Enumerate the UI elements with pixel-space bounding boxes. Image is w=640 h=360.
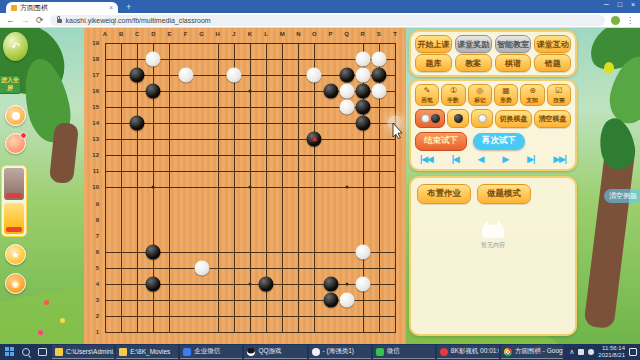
- system-tray: ∧ 11:56:14 2021/8/21: [569, 345, 637, 359]
- nav-back-button[interactable]: ◀: [478, 154, 484, 164]
- stone-white-R6: [355, 244, 370, 259]
- tool-icon-2: ◎: [476, 86, 483, 95]
- voice-icon[interactable]: [5, 105, 26, 126]
- tool-button-5[interactable]: ☑投票: [547, 84, 571, 106]
- stone-black-R15: [355, 100, 370, 115]
- black-stone-icon: [454, 114, 463, 123]
- taskbar-item-label: QQ游戏: [258, 347, 281, 356]
- clear-example-button[interactable]: 清空例题: [604, 189, 640, 203]
- row-label: 15: [86, 104, 99, 110]
- stone-white-R18: [355, 52, 370, 67]
- stone-black-C17: [130, 68, 145, 83]
- tray-icon[interactable]: [588, 349, 594, 355]
- stone-white-G5: [194, 260, 209, 275]
- tab-close-icon[interactable]: ×: [109, 4, 113, 11]
- column-label: K: [248, 31, 252, 37]
- column-label: Q: [344, 31, 349, 37]
- nav-first-button[interactable]: |◀◀: [420, 154, 432, 164]
- column-label: H: [216, 31, 220, 37]
- fullscreen-tag[interactable]: 进入全屏: [0, 75, 21, 94]
- new-tab-button[interactable]: +: [126, 2, 131, 12]
- stone-black-P4: [323, 276, 338, 291]
- taskbar-item-5[interactable]: 微信: [373, 345, 435, 359]
- row-label: 7: [86, 233, 99, 239]
- column-label: J: [232, 31, 235, 37]
- taskbar-item-label: C:\Users\Admini...: [66, 348, 114, 355]
- stone-black-R16: [355, 84, 370, 99]
- row-label: 11: [86, 168, 99, 174]
- clear-board-button[interactable]: 清空棋盘: [534, 110, 571, 128]
- white-stone-icon: [421, 114, 430, 123]
- tool-icon-4: ⊕: [529, 86, 536, 95]
- tool-button-2[interactable]: ◎标记: [468, 84, 492, 106]
- notification-icon[interactable]: [629, 348, 637, 356]
- taskbar-items: C:\Users\Admini...E:\8K_Movies企业微信QQ游戏- …: [52, 345, 563, 359]
- row-label: 3: [86, 297, 99, 303]
- window-close-button[interactable]: ×: [631, 1, 635, 8]
- tab-title: 方圆围棋: [20, 3, 106, 13]
- nav-last-button[interactable]: ▶▶|: [553, 154, 565, 164]
- class-control-panel: 开始上课课堂奖励智能教室课堂互动 题库教案棋谱错题: [409, 30, 577, 77]
- tool-label-3: 形势: [500, 96, 511, 104]
- stone-black-L4: [259, 276, 274, 291]
- class-button-3[interactable]: 课堂互动: [534, 35, 571, 53]
- column-label: E: [167, 31, 171, 37]
- tool-label-0: 画笔: [421, 96, 432, 104]
- retry-trial-button[interactable]: 再次试下: [473, 133, 525, 150]
- stone-black-Q17: [339, 68, 354, 83]
- chrome-icon: [504, 348, 512, 356]
- resource-button-2[interactable]: 棋谱: [495, 54, 532, 72]
- row-label: 9: [86, 201, 99, 207]
- wechat-icon: [376, 348, 384, 356]
- back-button[interactable]: ←: [6, 16, 15, 25]
- browser-tab[interactable]: 方圆围棋 ×: [6, 2, 118, 13]
- nav-forward-button[interactable]: ▶: [503, 154, 509, 164]
- stone-white-R4: [355, 276, 370, 291]
- board-tools-panel: ✎画笔①手数◎标记▦形势⊕支招☑投票 切换棋盘 清空棋盘 结束试下 再次试下 |…: [409, 79, 577, 171]
- row-label: 2: [86, 313, 99, 319]
- reload-button[interactable]: ⟳: [36, 16, 44, 25]
- time-text: 11:56:14: [598, 345, 625, 352]
- home-button[interactable]: ↶: [3, 32, 28, 61]
- column-label: R: [361, 31, 365, 37]
- game-icon[interactable]: ◉: [5, 273, 26, 294]
- folder-icon: [119, 348, 127, 356]
- tree-trunk: [49, 122, 79, 184]
- taskbar-item-0[interactable]: C:\Users\Admini...: [52, 345, 114, 359]
- stone-white-S18: [371, 52, 386, 67]
- stone-white-F17: [178, 68, 193, 83]
- taskbar-item-label: 微信: [387, 347, 400, 356]
- row-label: 5: [86, 265, 99, 271]
- taskbar-item-3[interactable]: QQ游戏: [244, 345, 306, 359]
- empty-state-text: 暂无内容: [481, 241, 505, 250]
- row-label: 14: [86, 120, 99, 126]
- tool-icon-5: ☑: [555, 86, 562, 95]
- column-label: G: [199, 31, 204, 37]
- taskbar-item-label: - (海强类1): [323, 347, 354, 356]
- stone-black-R14: [355, 116, 370, 131]
- column-label: B: [119, 31, 123, 37]
- nav-fast-back-button[interactable]: |◀: [452, 154, 459, 164]
- class-button-2[interactable]: 智能教室: [495, 35, 532, 53]
- media-icon: [440, 348, 448, 356]
- row-label: 1: [86, 329, 99, 335]
- white-stone-icon: [478, 114, 487, 123]
- row-label: 10: [86, 184, 99, 190]
- star-point: [345, 282, 348, 285]
- star-point: [345, 186, 348, 189]
- class-button-1[interactable]: 课堂奖励: [455, 35, 492, 53]
- problem-mode-button[interactable]: 做题模式: [477, 184, 531, 204]
- stone-black-O13: ▲: [307, 132, 322, 147]
- alternate-stones-button[interactable]: [415, 109, 445, 128]
- column-label: L: [264, 31, 268, 37]
- browser-menu-icon[interactable]: ⋮: [626, 16, 634, 25]
- trial-row: 结束试下 再次试下: [415, 132, 571, 151]
- column-label: C: [135, 31, 139, 37]
- taskbar-item-6[interactable]: 8K影视机 00:01:00: [437, 345, 499, 359]
- browser-tab-strip: 方圆围棋 × + ─ □ ×: [0, 0, 640, 13]
- taskbar-item-1[interactable]: E:\8K_Movies: [116, 345, 178, 359]
- stone-white-Q3: [339, 292, 354, 307]
- student-card[interactable]: [4, 203, 24, 235]
- tool-button-4[interactable]: ⊕支招: [520, 84, 544, 106]
- cat-placeholder-icon: [482, 225, 504, 238]
- tool-button-row: ✎画笔①手数◎标记▦形势⊕支招☑投票: [415, 84, 571, 106]
- move-navigation-row: |◀◀|◀◀▶▶|▶▶|: [415, 154, 571, 166]
- tool-label-5: 投票: [553, 96, 564, 104]
- stone-black-D16: [146, 84, 161, 99]
- black-stone-button[interactable]: [447, 109, 469, 128]
- end-trial-button[interactable]: 结束试下: [415, 132, 467, 151]
- row-label: 4: [86, 281, 99, 287]
- task-view-icon[interactable]: [38, 348, 47, 356]
- switch-board-button[interactable]: 切换棋盘: [495, 110, 532, 128]
- stone-white-Q16: [339, 84, 354, 99]
- screen: 方圆围棋 × + ─ □ × ← → ⟳ kaoshi.yikeweiqi.co…: [0, 0, 640, 360]
- stone-white-D18: [146, 52, 161, 67]
- assign-homework-button[interactable]: 布置作业: [417, 184, 471, 204]
- reward-icon[interactable]: ★: [5, 244, 26, 265]
- resource-button-3[interactable]: 错题: [534, 54, 571, 72]
- nav-fast-forward-button[interactable]: ▶|: [527, 154, 534, 164]
- stone-mode-row: 切换棋盘 清空棋盘: [415, 109, 571, 128]
- row-label: 13: [86, 136, 99, 142]
- column-label: M: [280, 31, 285, 37]
- folder-icon: [55, 348, 63, 356]
- column-label: P: [329, 31, 333, 37]
- stone-black-C14: [130, 116, 145, 131]
- tool-button-0[interactable]: ✎画笔: [415, 84, 439, 106]
- stone-black-D6: [146, 244, 161, 259]
- homework-row: 布置作业 做题模式: [417, 184, 569, 204]
- row-label: 6: [86, 249, 99, 255]
- student-cards-panel: [1, 165, 27, 237]
- stone-white-O17: [307, 68, 322, 83]
- row-label: 19: [86, 40, 99, 46]
- qq-icon: [247, 348, 255, 356]
- last-move-marker: ▲: [310, 135, 318, 143]
- resource-button-1[interactable]: 教案: [455, 54, 492, 72]
- tray-caret-icon[interactable]: ∧: [569, 348, 574, 356]
- tool-icon-3: ▦: [502, 86, 510, 95]
- column-label: F: [184, 31, 188, 37]
- column-label: T: [393, 31, 397, 37]
- column-label: N: [296, 31, 300, 37]
- profile-avatar[interactable]: [611, 16, 620, 25]
- tray-icon[interactable]: [578, 349, 584, 355]
- column-label: S: [377, 31, 381, 37]
- tool-icon-1: ①: [450, 86, 457, 95]
- lock-icon: [57, 19, 62, 23]
- student-card[interactable]: [4, 168, 24, 200]
- tool-label-4: 支招: [527, 96, 538, 104]
- stone-white-S16: [371, 84, 386, 99]
- row-label: 12: [86, 152, 99, 158]
- address-bar[interactable]: kaoshi.yikeweiqi.com/fb/multimedia_class…: [50, 15, 605, 26]
- row-label: 18: [86, 56, 99, 62]
- favicon-icon: [11, 5, 17, 11]
- taskbar-item-7[interactable]: 方圆围棋 - Goog...: [501, 345, 563, 359]
- row-label: 17: [86, 72, 99, 78]
- stone-black-P3: [323, 292, 338, 307]
- taskbar-item-4[interactable]: - (海强类1): [309, 345, 371, 359]
- star-point: [248, 186, 251, 189]
- taskbar-item-2[interactable]: 企业微信: [180, 345, 242, 359]
- column-label: D: [151, 31, 155, 37]
- start-button[interactable]: [5, 347, 15, 357]
- mouse-cursor: [392, 123, 403, 139]
- stone-black-P16: [323, 84, 338, 99]
- homework-panel: 布置作业 做题模式 暂无内容: [409, 176, 577, 336]
- taskbar-item-label: 方圆围棋 - Goog...: [515, 347, 563, 356]
- stone-white-R17: [355, 68, 370, 83]
- flower: [44, 300, 49, 305]
- windows-taskbar: C:\Users\Admini...E:\8K_Movies企业微信QQ游戏- …: [0, 344, 640, 360]
- window-maximize-button[interactable]: □: [618, 1, 622, 8]
- column-label: A: [103, 31, 107, 37]
- wxwork-icon: [183, 348, 191, 356]
- taskbar-item-label: E:\8K_Movies: [130, 348, 170, 355]
- url-text: kaoshi.yikeweiqi.com/fb/multimedia_class…: [66, 17, 211, 24]
- stone-white-J17: [226, 68, 241, 83]
- clock[interactable]: 11:56:14 2021/8/21: [598, 345, 625, 359]
- class-button-0[interactable]: 开始上课: [415, 35, 452, 53]
- tool-button-1[interactable]: ①手数: [441, 84, 465, 106]
- stone-black-D4: [146, 276, 161, 291]
- stone-black-S17: [371, 68, 386, 83]
- stone-white-Q15: [339, 100, 354, 115]
- message-icon[interactable]: [5, 133, 26, 154]
- go-board[interactable]: ABCDEFGHJKLMNOPQRST 19181716151413121110…: [84, 28, 406, 344]
- tool-icon-0: ✎: [424, 86, 431, 95]
- flower: [38, 330, 43, 335]
- row-label: 16: [86, 88, 99, 94]
- taskbar-item-label: 8K影视机 00:01:00: [451, 347, 499, 356]
- flower: [60, 318, 65, 323]
- fruit: [604, 62, 614, 74]
- player-icon: [312, 348, 320, 356]
- search-icon[interactable]: [22, 348, 30, 356]
- star-point: [152, 186, 155, 189]
- browser-toolbar: ← → ⟳ kaoshi.yikeweiqi.com/fb/multimedia…: [0, 13, 640, 28]
- date-text: 2021/8/21: [598, 352, 625, 359]
- left-sidebar: ↶ 进入全屏 ★ ◉: [0, 28, 30, 344]
- forward-button[interactable]: →: [21, 16, 30, 25]
- taskbar-item-label: 企业微信: [194, 347, 220, 356]
- row-label: 8: [86, 217, 99, 223]
- resource-button-row: 题库教案棋谱错题: [415, 54, 571, 72]
- star-point: [248, 90, 251, 93]
- column-label: O: [312, 31, 317, 37]
- resource-button-0[interactable]: 题库: [415, 54, 452, 72]
- tool-label-2: 标记: [474, 96, 485, 104]
- class-button-row: 开始上课课堂奖励智能教室课堂互动: [415, 35, 571, 53]
- black-stone-icon: [431, 114, 440, 123]
- tool-button-3[interactable]: ▦形势: [494, 84, 518, 106]
- empty-state: 暂无内容: [481, 225, 505, 250]
- tool-label-1: 手数: [448, 96, 459, 104]
- star-point: [248, 282, 251, 285]
- white-stone-button[interactable]: [471, 109, 493, 128]
- window-minimize-button[interactable]: ─: [604, 1, 609, 8]
